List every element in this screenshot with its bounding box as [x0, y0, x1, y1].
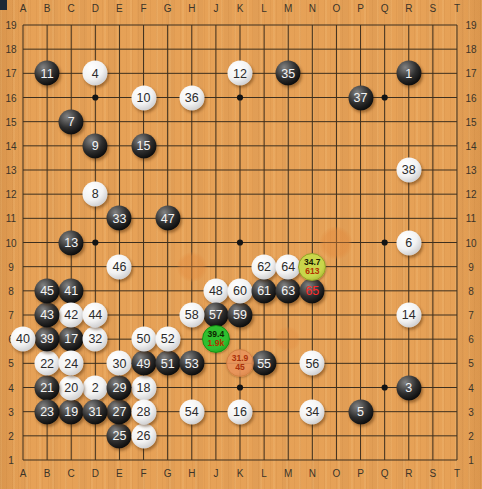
stone-white-R7: 14: [396, 303, 421, 328]
stone-black-R4: 3: [396, 375, 421, 400]
move-number: 32: [88, 333, 102, 346]
stone-white-F3: 28: [131, 399, 156, 424]
stone-black-P3: 5: [348, 399, 373, 424]
stone-white-F16: 10: [131, 85, 156, 110]
stone-white-M9: 64: [276, 254, 301, 279]
move-number: 13: [64, 236, 78, 249]
stone-black-B17: 11: [35, 61, 60, 86]
stone-white-B5: 22: [35, 351, 60, 376]
move-number: 59: [233, 309, 247, 322]
move-number: 37: [354, 91, 368, 104]
stone-white-C5: 24: [59, 351, 84, 376]
stone-black-N8: 65: [300, 278, 325, 303]
stone-black-F5: 49: [131, 351, 156, 376]
move-number: 19: [64, 405, 78, 418]
stone-white-A6: 40: [11, 327, 36, 352]
move-number: 47: [161, 212, 175, 225]
stone-white-H7: 58: [179, 303, 204, 328]
move-number: 7: [68, 115, 75, 128]
move-number: 9: [92, 140, 99, 153]
go-app-window: AABBCCDDEEFFGGHHJJKKLLMMNNOOPPQQRRSSTT19…: [0, 0, 482, 489]
move-number: 29: [112, 381, 126, 394]
stone-black-L5: 55: [252, 351, 277, 376]
stone-black-C8: 41: [59, 278, 84, 303]
stone-black-C6: 17: [59, 327, 84, 352]
stone-black-P16: 37: [348, 85, 373, 110]
move-number: 26: [137, 430, 151, 443]
move-number: 61: [257, 285, 271, 298]
move-number: 22: [40, 357, 54, 370]
go-board[interactable]: 1234567891011121314151617181920212223242…: [0, 0, 482, 489]
move-number: 40: [16, 333, 30, 346]
move-number: 42: [64, 309, 78, 322]
move-number: 58: [185, 309, 199, 322]
move-number: 27: [112, 405, 126, 418]
move-number: 3: [405, 381, 412, 394]
ai-visits: 1.9k: [208, 339, 225, 348]
ai-suggestion-K5[interactable]: 31.945: [226, 349, 254, 377]
move-number: 24: [64, 357, 78, 370]
stone-white-H16: 36: [179, 85, 204, 110]
stone-black-D3: 31: [83, 399, 108, 424]
move-number: 35: [281, 67, 295, 80]
move-number: 30: [112, 357, 126, 370]
stone-white-C7: 42: [59, 303, 84, 328]
stone-white-D6: 32: [83, 327, 108, 352]
stone-white-C4: 20: [59, 375, 84, 400]
stone-white-F4: 18: [131, 375, 156, 400]
move-number: 36: [185, 91, 199, 104]
stone-black-B3: 23: [35, 399, 60, 424]
move-number: 38: [402, 164, 416, 177]
move-number: 21: [40, 381, 54, 394]
move-number: 41: [64, 285, 78, 298]
stone-white-K17: 12: [227, 61, 252, 86]
move-number: 31: [88, 405, 102, 418]
move-number: 8: [92, 188, 99, 201]
stone-black-G11: 47: [155, 206, 180, 231]
move-number: 16: [233, 405, 247, 418]
stone-black-E4: 29: [107, 375, 132, 400]
stone-white-L9: 62: [252, 254, 277, 279]
move-number: 65: [305, 285, 319, 298]
move-number: 15: [137, 140, 151, 153]
stone-white-D7: 44: [83, 303, 108, 328]
stone-white-D4: 2: [83, 375, 108, 400]
move-number: 14: [402, 309, 416, 322]
move-number: 23: [40, 405, 54, 418]
move-number: 4: [92, 67, 99, 80]
move-number: 33: [112, 212, 126, 225]
move-number: 62: [257, 260, 271, 273]
move-number: 45: [40, 285, 54, 298]
move-number: 63: [281, 285, 295, 298]
move-number: 39: [40, 333, 54, 346]
stone-black-E11: 33: [107, 206, 132, 231]
stone-black-M17: 35: [276, 61, 301, 86]
stone-white-F2: 26: [131, 423, 156, 448]
stone-black-F14: 15: [131, 133, 156, 158]
stone-white-F6: 50: [131, 327, 156, 352]
stone-black-C3: 19: [59, 399, 84, 424]
move-number: 17: [64, 333, 78, 346]
stone-white-R13: 38: [396, 158, 421, 183]
move-number: 10: [137, 91, 151, 104]
stone-white-E5: 30: [107, 351, 132, 376]
stone-white-R10: 6: [396, 230, 421, 255]
move-number: 64: [281, 260, 295, 273]
move-number: 51: [161, 357, 175, 370]
move-number: 54: [185, 405, 199, 418]
stone-black-D14: 9: [83, 133, 108, 158]
move-number: 44: [88, 309, 102, 322]
move-number: 5: [357, 405, 364, 418]
move-number: 43: [40, 309, 54, 322]
move-number: 57: [209, 309, 223, 322]
window-corner-mark: [0, 0, 7, 10]
stone-black-G5: 51: [155, 351, 180, 376]
move-number: 60: [233, 285, 247, 298]
stone-black-R17: 1: [396, 61, 421, 86]
move-number: 18: [137, 381, 151, 394]
stone-white-K3: 16: [227, 399, 252, 424]
stone-white-D12: 8: [83, 182, 108, 207]
ai-suggestion-N9[interactable]: 34.7613: [298, 253, 326, 281]
stone-black-B7: 43: [35, 303, 60, 328]
stone-black-J7: 57: [203, 303, 228, 328]
move-number: 34: [305, 405, 319, 418]
stone-black-H5: 53: [179, 351, 204, 376]
move-number: 53: [185, 357, 199, 370]
move-number: 56: [305, 357, 319, 370]
ai-visits: 45: [235, 363, 244, 372]
move-number: 52: [161, 333, 175, 346]
stone-white-H3: 54: [179, 399, 204, 424]
move-number: 49: [137, 357, 151, 370]
stone-black-B8: 45: [35, 278, 60, 303]
stone-black-E3: 27: [107, 399, 132, 424]
move-number: 20: [64, 381, 78, 394]
stone-white-K8: 60: [227, 278, 252, 303]
stone-black-M8: 63: [276, 278, 301, 303]
move-number: 25: [112, 430, 126, 443]
stone-white-J8: 48: [203, 278, 228, 303]
stone-white-N3: 34: [300, 399, 325, 424]
stone-black-K7: 59: [227, 303, 252, 328]
stone-white-D17: 4: [83, 61, 108, 86]
stone-black-B4: 21: [35, 375, 60, 400]
stone-black-C15: 7: [59, 109, 84, 134]
move-number: 46: [112, 260, 126, 273]
move-number: 2: [92, 381, 99, 394]
move-number: 11: [41, 67, 54, 80]
ai-visits: 613: [305, 267, 319, 276]
move-number: 6: [405, 236, 412, 249]
stone-black-E2: 25: [107, 423, 132, 448]
move-number: 1: [405, 67, 412, 80]
move-number: 12: [233, 67, 247, 80]
stone-white-N5: 56: [300, 351, 325, 376]
move-number: 55: [257, 357, 271, 370]
ai-suggestion-J6[interactable]: 39.41.9k: [202, 325, 230, 353]
stone-black-L8: 61: [252, 278, 277, 303]
move-number: 28: [137, 405, 151, 418]
move-number: 50: [137, 333, 151, 346]
stone-black-B6: 39: [35, 327, 60, 352]
move-number: 48: [209, 285, 223, 298]
stone-white-E9: 46: [107, 254, 132, 279]
stone-white-G6: 52: [155, 327, 180, 352]
stone-black-C10: 13: [59, 230, 84, 255]
